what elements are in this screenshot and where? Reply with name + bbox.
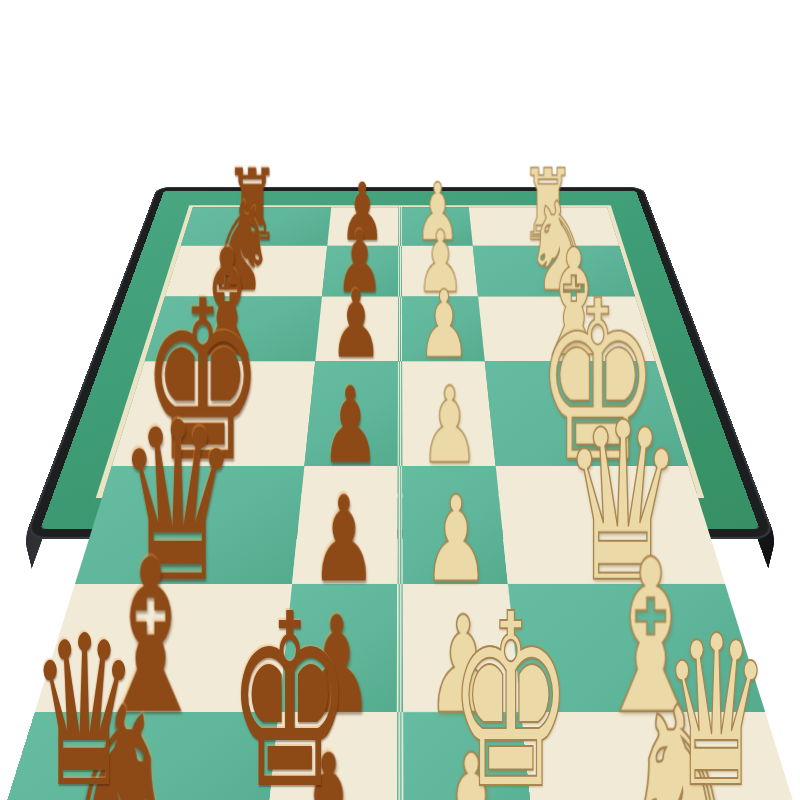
- chess-set-product-photo: ♜♟♟♜♞♟♟♞♝♟♟♝♚♟♟♚♛♟♟♛♝♟♟♝♞♟♟♞♜♟♟♜ ♟♜♞♝♛♚♚…: [0, 0, 800, 800]
- lineup-piece-cream-k: ♚: [448, 582, 573, 800]
- square-r3c6: ♟: [402, 361, 495, 466]
- piece-wP: ♟: [420, 374, 479, 479]
- piece-bP: ♟: [330, 278, 382, 371]
- lineup-piece-cream-q: ♛: [662, 608, 770, 800]
- square-r2c6: ♟: [402, 296, 485, 361]
- chess-board: ♜♟♟♜♞♟♟♞♝♟♟♝♚♟♟♚♛♟♟♛♝♟♟♝♞♟♟♞♜♟♟♜: [24, 187, 776, 539]
- board-cream-trim: ♜♟♟♜♞♟♟♞♝♟♟♝♚♟♟♚♛♟♟♛♝♟♟♝♞♟♟♞♜♟♟♜: [96, 205, 704, 498]
- board-green-border: ♜♟♟♜♞♟♟♞♝♟♟♝♚♟♟♚♛♟♟♛♝♟♟♝♞♟♟♞♜♟♟♜: [40, 191, 760, 530]
- piece-bP: ♟: [321, 374, 380, 479]
- piece-lineup: ♟♜♞♝♛♚♚♛♝♞♜♟: [0, 582, 800, 774]
- square-r2c1: ♟: [315, 296, 398, 361]
- chess-board-scene: ♜♟♟♜♞♟♟♞♝♟♟♝♚♟♟♚♛♟♟♛♝♟♟♝♞♟♟♞♜♟♟♜: [0, 0, 800, 585]
- lineup-piece-brown-q: ♛: [30, 608, 138, 800]
- board-grid: ♜♟♟♜♞♟♟♞♝♟♟♝♚♟♟♚♛♟♟♛♝♟♟♝♞♟♟♞♜♟♟♜: [103, 207, 697, 493]
- piece-wP: ♟: [418, 278, 470, 371]
- square-r3c1: ♟: [305, 361, 398, 466]
- lineup-piece-brown-k: ♚: [228, 582, 353, 800]
